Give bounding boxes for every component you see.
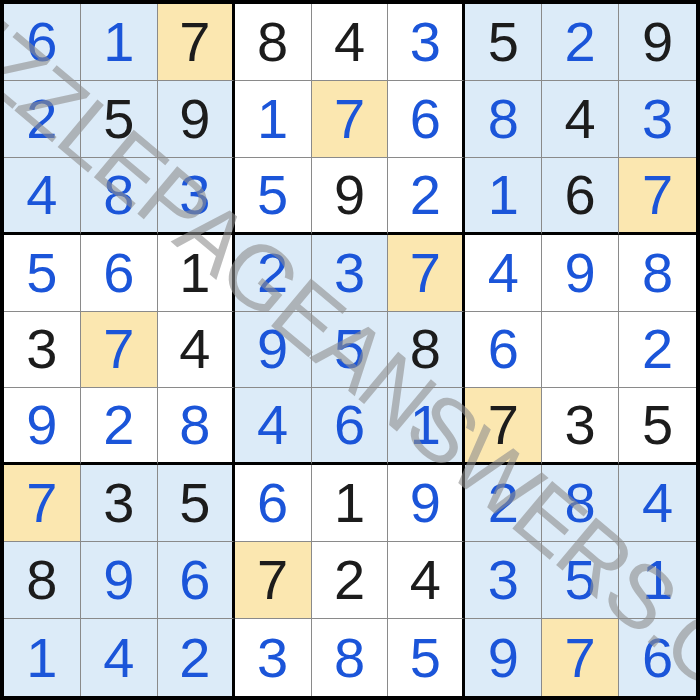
- cell-r8c4[interactable]: 7: [235, 542, 312, 619]
- cell-r4c8[interactable]: 9: [542, 235, 619, 312]
- cell-r4c6[interactable]: 7: [388, 235, 465, 312]
- cell-r5c3[interactable]: 4: [158, 312, 235, 389]
- cell-r6c4[interactable]: 4: [235, 388, 312, 465]
- cell-r3c7[interactable]: 1: [465, 158, 542, 235]
- cell-r5c6[interactable]: 8: [388, 312, 465, 389]
- cell-r6c6[interactable]: 1: [388, 388, 465, 465]
- cell-r4c7[interactable]: 4: [465, 235, 542, 312]
- cell-r1c6[interactable]: 3: [388, 4, 465, 81]
- cell-r9c6[interactable]: 5: [388, 619, 465, 696]
- cell-r2c4[interactable]: 1: [235, 81, 312, 158]
- cell-r8c6[interactable]: 4: [388, 542, 465, 619]
- cell-r8c8[interactable]: 5: [542, 542, 619, 619]
- cell-r7c4[interactable]: 6: [235, 465, 312, 542]
- sudoku-board: PUZZLEPAGEANSWERS.COM 617843529259176843…: [0, 0, 700, 700]
- cell-r1c5[interactable]: 4: [312, 4, 389, 81]
- cell-r6c1[interactable]: 9: [4, 388, 81, 465]
- cell-r2c9[interactable]: 3: [619, 81, 696, 158]
- cell-r7c6[interactable]: 9: [388, 465, 465, 542]
- cell-r7c2[interactable]: 3: [81, 465, 158, 542]
- cell-r4c4[interactable]: 2: [235, 235, 312, 312]
- cell-r6c8[interactable]: 3: [542, 388, 619, 465]
- cell-r8c5[interactable]: 2: [312, 542, 389, 619]
- cell-r1c1[interactable]: 6: [4, 4, 81, 81]
- cell-r1c7[interactable]: 5: [465, 4, 542, 81]
- cell-r5c8[interactable]: [542, 312, 619, 389]
- cell-r5c7[interactable]: 6: [465, 312, 542, 389]
- cell-r9c4[interactable]: 3: [235, 619, 312, 696]
- cell-r1c9[interactable]: 9: [619, 4, 696, 81]
- cell-r6c7[interactable]: 7: [465, 388, 542, 465]
- cell-r1c8[interactable]: 2: [542, 4, 619, 81]
- cell-r4c9[interactable]: 8: [619, 235, 696, 312]
- cell-r9c3[interactable]: 2: [158, 619, 235, 696]
- cell-r2c6[interactable]: 6: [388, 81, 465, 158]
- cell-r3c8[interactable]: 6: [542, 158, 619, 235]
- cell-r2c7[interactable]: 8: [465, 81, 542, 158]
- cell-r9c7[interactable]: 9: [465, 619, 542, 696]
- cell-r9c5[interactable]: 8: [312, 619, 389, 696]
- cell-r1c2[interactable]: 1: [81, 4, 158, 81]
- cell-r5c1[interactable]: 3: [4, 312, 81, 389]
- cell-r3c4[interactable]: 5: [235, 158, 312, 235]
- cell-r2c3[interactable]: 9: [158, 81, 235, 158]
- cell-r1c4[interactable]: 8: [235, 4, 312, 81]
- cell-r6c2[interactable]: 2: [81, 388, 158, 465]
- cell-r6c5[interactable]: 6: [312, 388, 389, 465]
- cell-r5c4[interactable]: 9: [235, 312, 312, 389]
- cell-r2c1[interactable]: 2: [4, 81, 81, 158]
- cell-r8c2[interactable]: 9: [81, 542, 158, 619]
- cell-r6c3[interactable]: 8: [158, 388, 235, 465]
- cell-r4c2[interactable]: 6: [81, 235, 158, 312]
- cell-r8c1[interactable]: 8: [4, 542, 81, 619]
- cell-r4c5[interactable]: 3: [312, 235, 389, 312]
- cell-r3c2[interactable]: 8: [81, 158, 158, 235]
- cell-r1c3[interactable]: 7: [158, 4, 235, 81]
- cell-r3c3[interactable]: 3: [158, 158, 235, 235]
- cell-r7c8[interactable]: 8: [542, 465, 619, 542]
- cell-r6c9[interactable]: 5: [619, 388, 696, 465]
- cell-r8c7[interactable]: 3: [465, 542, 542, 619]
- cell-r2c2[interactable]: 5: [81, 81, 158, 158]
- cell-r3c1[interactable]: 4: [4, 158, 81, 235]
- cell-r7c7[interactable]: 2: [465, 465, 542, 542]
- cell-r3c9[interactable]: 7: [619, 158, 696, 235]
- cell-r4c3[interactable]: 1: [158, 235, 235, 312]
- cell-r7c9[interactable]: 4: [619, 465, 696, 542]
- cell-r5c2[interactable]: 7: [81, 312, 158, 389]
- cell-r3c6[interactable]: 2: [388, 158, 465, 235]
- cell-r8c9[interactable]: 1: [619, 542, 696, 619]
- cell-r9c8[interactable]: 7: [542, 619, 619, 696]
- cell-r9c9[interactable]: 6: [619, 619, 696, 696]
- cell-r5c9[interactable]: 2: [619, 312, 696, 389]
- cell-r2c5[interactable]: 7: [312, 81, 389, 158]
- cell-r7c5[interactable]: 1: [312, 465, 389, 542]
- cell-r7c1[interactable]: 7: [4, 465, 81, 542]
- cell-r5c5[interactable]: 5: [312, 312, 389, 389]
- cell-r7c3[interactable]: 5: [158, 465, 235, 542]
- cell-r4c1[interactable]: 5: [4, 235, 81, 312]
- cell-r2c8[interactable]: 4: [542, 81, 619, 158]
- cell-r9c1[interactable]: 1: [4, 619, 81, 696]
- cell-r9c2[interactable]: 4: [81, 619, 158, 696]
- cell-r3c5[interactable]: 9: [312, 158, 389, 235]
- cell-r8c3[interactable]: 6: [158, 542, 235, 619]
